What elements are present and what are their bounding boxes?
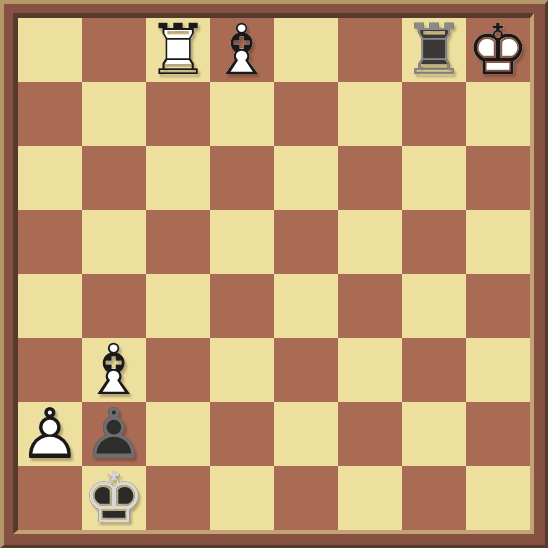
square-f1[interactable] — [338, 466, 402, 530]
black-king[interactable]: ♚︎♔︎ — [82, 466, 146, 530]
square-a5[interactable] — [18, 210, 82, 274]
square-c3[interactable] — [146, 338, 210, 402]
square-g8[interactable]: ♜︎♖︎ — [402, 18, 466, 82]
square-c8[interactable]: ♜︎♖︎ — [146, 18, 210, 82]
square-c4[interactable] — [146, 274, 210, 338]
square-h2[interactable] — [466, 402, 530, 466]
square-g3[interactable] — [402, 338, 466, 402]
square-e5[interactable] — [274, 210, 338, 274]
square-e6[interactable] — [274, 146, 338, 210]
square-b6[interactable] — [82, 146, 146, 210]
white-rook-line-glyph: ♖︎ — [146, 18, 210, 82]
square-a6[interactable] — [18, 146, 82, 210]
white-king[interactable]: ♚︎♔︎ — [466, 18, 530, 82]
square-h3[interactable] — [466, 338, 530, 402]
square-h4[interactable] — [466, 274, 530, 338]
square-a1[interactable] — [18, 466, 82, 530]
square-f3[interactable] — [338, 338, 402, 402]
black-rook-line-glyph: ♖︎ — [402, 18, 466, 82]
white-rook[interactable]: ♜︎♖︎ — [146, 18, 210, 82]
square-c6[interactable] — [146, 146, 210, 210]
square-f8[interactable] — [338, 18, 402, 82]
black-king-line-glyph: ♔︎ — [82, 466, 146, 530]
white-pawn[interactable]: ♟︎♙︎ — [18, 402, 82, 466]
square-g5[interactable] — [402, 210, 466, 274]
square-h5[interactable] — [466, 210, 530, 274]
square-h6[interactable] — [466, 146, 530, 210]
square-g1[interactable] — [402, 466, 466, 530]
square-e2[interactable] — [274, 402, 338, 466]
square-d7[interactable] — [210, 82, 274, 146]
board-inner-bevel: ♜︎♖︎♝︎♗︎♜︎♖︎♚︎♔︎♝︎♗︎♟︎♙︎♟︎♙︎♚︎♔︎ — [13, 13, 534, 534]
square-g4[interactable] — [402, 274, 466, 338]
square-e8[interactable] — [274, 18, 338, 82]
square-f5[interactable] — [338, 210, 402, 274]
square-a7[interactable] — [18, 82, 82, 146]
chess-board: ♜︎♖︎♝︎♗︎♜︎♖︎♚︎♔︎♝︎♗︎♟︎♙︎♟︎♙︎♚︎♔︎ — [18, 18, 530, 530]
square-d2[interactable] — [210, 402, 274, 466]
board-frame: ♜︎♖︎♝︎♗︎♜︎♖︎♚︎♔︎♝︎♗︎♟︎♙︎♟︎♙︎♚︎♔︎ — [0, 0, 548, 548]
square-e4[interactable] — [274, 274, 338, 338]
white-bishop[interactable]: ♝︎♗︎ — [210, 18, 274, 82]
square-a8[interactable] — [18, 18, 82, 82]
square-c2[interactable] — [146, 402, 210, 466]
square-g6[interactable] — [402, 146, 466, 210]
square-d5[interactable] — [210, 210, 274, 274]
white-pawn-line-glyph: ♙︎ — [18, 402, 82, 466]
square-a4[interactable] — [18, 274, 82, 338]
square-g7[interactable] — [402, 82, 466, 146]
square-h8[interactable]: ♚︎♔︎ — [466, 18, 530, 82]
square-b1[interactable]: ♚︎♔︎ — [82, 466, 146, 530]
square-d1[interactable] — [210, 466, 274, 530]
square-d8[interactable]: ♝︎♗︎ — [210, 18, 274, 82]
square-h1[interactable] — [466, 466, 530, 530]
square-c1[interactable] — [146, 466, 210, 530]
square-b8[interactable] — [82, 18, 146, 82]
square-d4[interactable] — [210, 274, 274, 338]
square-f7[interactable] — [338, 82, 402, 146]
square-g2[interactable] — [402, 402, 466, 466]
square-c7[interactable] — [146, 82, 210, 146]
square-h7[interactable] — [466, 82, 530, 146]
square-b7[interactable] — [82, 82, 146, 146]
square-f6[interactable] — [338, 146, 402, 210]
square-e3[interactable] — [274, 338, 338, 402]
square-f4[interactable] — [338, 274, 402, 338]
square-e1[interactable] — [274, 466, 338, 530]
square-a2[interactable]: ♟︎♙︎ — [18, 402, 82, 466]
square-d6[interactable] — [210, 146, 274, 210]
square-d3[interactable] — [210, 338, 274, 402]
square-b5[interactable] — [82, 210, 146, 274]
white-bishop-line-glyph: ♗︎ — [210, 18, 274, 82]
square-e7[interactable] — [274, 82, 338, 146]
square-f2[interactable] — [338, 402, 402, 466]
square-c5[interactable] — [146, 210, 210, 274]
black-rook[interactable]: ♜︎♖︎ — [402, 18, 466, 82]
white-king-line-glyph: ♔︎ — [466, 18, 530, 82]
